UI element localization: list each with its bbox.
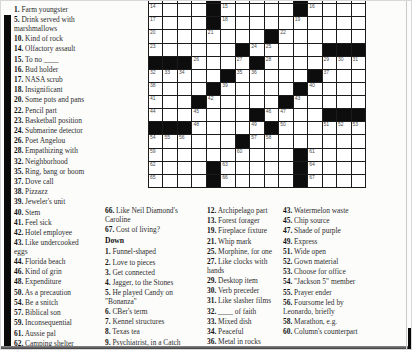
grid-cell[interactable] — [323, 4, 336, 16]
grid-cell[interactable]: 7 — [250, 0, 263, 3]
grid-cell[interactable] — [250, 83, 263, 95]
clue-item: 59. Inconsequential — [14, 319, 111, 328]
grid-cell[interactable] — [294, 135, 307, 147]
grid-cell[interactable] — [192, 83, 205, 95]
clue-number: 35. — [14, 167, 23, 176]
clue-number: 25. — [207, 247, 216, 256]
clue-item: 44. Florida beach — [14, 258, 111, 267]
clue-item: 14. Olfactory assault — [14, 45, 111, 54]
grid-cell[interactable] — [279, 44, 292, 56]
grid-cell[interactable] — [323, 162, 336, 174]
grid-cell[interactable] — [279, 57, 292, 69]
clue-number: 34. — [207, 327, 216, 336]
grid-cell[interactable] — [163, 175, 176, 187]
grid-cell[interactable] — [265, 4, 278, 16]
grid-cell[interactable]: 60 — [236, 149, 249, 161]
clue-number: 26. — [14, 136, 23, 145]
clue-number: 30. — [207, 286, 216, 295]
grid-cell[interactable] — [352, 162, 365, 174]
grid-cell[interactable] — [279, 4, 292, 16]
grid-cell[interactable] — [221, 96, 234, 108]
grid-cell[interactable]: 46 — [265, 109, 278, 121]
crossword-grid: 1234567891011121314151617181920212223242… — [148, 0, 366, 188]
grid-cell[interactable] — [192, 149, 205, 161]
clue-text: Mixed dish — [216, 317, 251, 326]
grid-cell[interactable] — [221, 109, 234, 121]
grid-cell[interactable] — [163, 109, 176, 121]
grid-cell[interactable] — [221, 30, 234, 42]
grid-cell[interactable] — [308, 135, 321, 147]
grid-cell[interactable] — [236, 122, 249, 134]
grid-cell[interactable] — [308, 44, 321, 56]
clue-text: Like slasher films — [216, 296, 271, 305]
grid-cell[interactable] — [192, 135, 205, 147]
clue-number: 22. — [14, 106, 23, 115]
grid-cell[interactable]: 4 — [192, 0, 205, 3]
grid-cell[interactable]: 26 — [192, 57, 205, 69]
grid-cell[interactable] — [294, 44, 307, 56]
grid-cell[interactable] — [308, 122, 321, 134]
grid-cell[interactable] — [207, 122, 220, 134]
grid-cell[interactable] — [337, 70, 350, 82]
grid-cell[interactable] — [192, 30, 205, 42]
grid-cell[interactable] — [308, 17, 321, 29]
grid-cell[interactable]: 8 — [265, 0, 278, 3]
grid-cell[interactable]: 51 — [323, 122, 336, 134]
cell-number: 25 — [266, 44, 272, 49]
clue-item: 51. Wide open — [283, 248, 375, 257]
grid-cell[interactable]: 57 — [250, 135, 263, 147]
black-square — [149, 122, 162, 134]
grid-cell[interactable]: 19 — [294, 17, 307, 29]
grid-cell[interactable] — [265, 162, 278, 174]
page-edge-shadow-right — [408, 328, 412, 350]
clue-item: 34. Peaceful — [207, 328, 283, 337]
grid-cell[interactable]: 28 — [265, 57, 278, 69]
grid-cell[interactable]: 9 — [279, 0, 292, 3]
page-edge-shadow-left — [4, 15, 11, 350]
clue-number: 16. — [14, 65, 23, 74]
grid-cell[interactable]: 13 — [352, 0, 365, 3]
grid-cell[interactable]: 17 — [149, 17, 162, 29]
grid-cell[interactable] — [308, 30, 321, 42]
grid-cell[interactable] — [236, 162, 249, 174]
clue-item: 19. Fireplace fixture — [207, 227, 283, 236]
grid-cell[interactable]: 15 — [221, 4, 234, 16]
grid-cell[interactable] — [279, 162, 292, 174]
grid-cell[interactable] — [294, 122, 307, 134]
clue-item: 45. Chip source — [283, 217, 375, 226]
clue-number: 27. — [207, 257, 216, 266]
grid-cell[interactable] — [192, 175, 205, 187]
grid-cell[interactable] — [265, 175, 278, 187]
grid-cell[interactable] — [294, 57, 307, 69]
clue-number: 56. — [283, 298, 292, 307]
grid-cell[interactable] — [250, 30, 263, 42]
black-square — [323, 109, 336, 121]
grid-cell[interactable]: 34 — [178, 70, 191, 82]
clue-item: 32. Neighborhood — [14, 158, 111, 167]
grid-cell[interactable] — [178, 149, 191, 161]
grid-cell[interactable] — [265, 149, 278, 161]
grid-cell[interactable] — [236, 4, 249, 16]
grid-cell[interactable] — [337, 17, 350, 29]
grid-cell[interactable]: 33 — [163, 70, 176, 82]
grid-cell[interactable] — [279, 175, 292, 187]
clue-text: Hotel employee — [23, 228, 72, 237]
cell-number: 19 — [295, 17, 301, 22]
grid-cell[interactable]: 24 — [250, 44, 263, 56]
grid-cell[interactable]: 11 — [323, 0, 336, 3]
grid-cell[interactable] — [250, 4, 263, 16]
black-square — [192, 96, 205, 108]
grid-cell[interactable]: 6 — [236, 0, 249, 3]
grid-cell[interactable]: 55 — [163, 135, 176, 147]
cell-number: 47 — [280, 109, 286, 114]
cell-number: 37 — [324, 70, 330, 75]
clue-item: 7. Kennel structures — [105, 318, 205, 327]
grid-cell[interactable] — [236, 175, 249, 187]
grid-cell[interactable] — [352, 70, 365, 82]
grid-cell[interactable] — [279, 17, 292, 29]
grid-cell[interactable]: 21 — [207, 30, 220, 42]
grid-cell[interactable] — [207, 57, 220, 69]
clue-item: 35. Ring, bang or boom — [14, 168, 111, 177]
grid-cell[interactable] — [352, 30, 365, 42]
grid-cell[interactable]: 62 — [149, 162, 162, 174]
grid-cell[interactable]: 36 — [250, 70, 263, 82]
grid-cell[interactable] — [178, 109, 191, 121]
grid-cell[interactable] — [178, 96, 191, 108]
cell-number: 30 — [338, 57, 344, 62]
grid-cell[interactable]: 39 — [221, 83, 234, 95]
grid-cell[interactable] — [352, 83, 365, 95]
grid-cell[interactable] — [163, 96, 176, 108]
grid-cell[interactable] — [265, 83, 278, 95]
grid-cell[interactable] — [192, 44, 205, 56]
clue-number: 32. — [14, 157, 23, 166]
cell-number: 58 — [266, 135, 272, 140]
grid-cell[interactable] — [323, 149, 336, 161]
clue-item: 50. As a precaution — [14, 289, 111, 298]
cell-number: 46 — [266, 109, 272, 114]
clue-number: 12. — [207, 206, 216, 215]
grid-cell[interactable] — [352, 96, 365, 108]
grid-cell[interactable] — [337, 135, 350, 147]
grid-cell[interactable] — [337, 162, 350, 174]
clue-number: 23. — [14, 116, 23, 125]
grid-cell[interactable]: 65 — [149, 175, 162, 187]
grid-cell[interactable] — [337, 149, 350, 161]
grid-cell[interactable] — [352, 4, 365, 16]
grid-cell[interactable] — [192, 4, 205, 16]
grid-cell[interactable] — [279, 135, 292, 147]
cell-number: 20 — [150, 30, 156, 35]
cell-number: 33 — [164, 70, 170, 75]
grid-cell[interactable] — [178, 162, 191, 174]
grid-cell[interactable]: 2 — [163, 0, 176, 3]
grid-cell[interactable] — [192, 162, 205, 174]
grid-cell[interactable] — [352, 17, 365, 29]
clue-number: 15. — [14, 55, 23, 64]
clue-text: Expenditure — [23, 277, 61, 286]
grid-cell[interactable] — [221, 44, 234, 56]
grid-cell[interactable]: 67 — [308, 175, 321, 187]
clue-item: 46. Kind of grin — [14, 268, 111, 277]
grid-cell[interactable]: 49 — [250, 122, 263, 134]
grid-cell[interactable] — [250, 149, 263, 161]
black-square — [163, 57, 176, 69]
clue-text: Kind of grin — [23, 267, 61, 276]
clue-item: 27. Like clocks with hands — [207, 258, 283, 275]
clue-text: Love to pieces — [111, 258, 156, 267]
grid-cell[interactable] — [236, 109, 249, 121]
clue-text: Wide open — [292, 247, 326, 256]
clue-item: 26. Poet Angelou — [14, 137, 111, 146]
clue-item: 24. Submarine detector — [14, 127, 111, 136]
grid-cell[interactable]: 59 — [149, 149, 162, 161]
clue-number: 18. — [14, 85, 23, 94]
clue-number: 43. — [283, 206, 292, 215]
grid-cell[interactable] — [163, 4, 176, 16]
grid-cell[interactable] — [178, 83, 191, 95]
grid-cell[interactable] — [178, 17, 191, 29]
black-square — [236, 135, 249, 147]
cell-number: 28 — [266, 57, 272, 62]
grid-cell[interactable] — [163, 83, 176, 95]
grid-cell[interactable]: 27 — [236, 57, 249, 69]
cell-number: 62 — [150, 162, 156, 167]
grid-cell[interactable]: 18 — [221, 17, 234, 29]
grid-cell[interactable]: 23 — [149, 44, 162, 56]
grid-cell[interactable] — [192, 70, 205, 82]
grid-cell[interactable]: 30 — [337, 57, 350, 69]
clue-text: Feel sick — [23, 218, 51, 227]
grid-cell[interactable]: 54 — [149, 135, 162, 147]
grid-cell[interactable]: 61 — [308, 149, 321, 161]
cell-number: 15 — [222, 4, 228, 9]
grid-cell[interactable]: 14 — [149, 4, 162, 16]
clue-item: 1. Funnel-shaped — [105, 248, 205, 257]
clue-number: 21. — [207, 237, 216, 246]
grid-cell[interactable] — [178, 4, 191, 16]
grid-cell[interactable]: 25 — [265, 44, 278, 56]
grid-cell[interactable] — [337, 83, 350, 95]
grid-cell[interactable] — [236, 17, 249, 29]
grid-cell[interactable] — [265, 17, 278, 29]
clue-item: 29. Desktop item — [207, 277, 283, 286]
grid-cell[interactable] — [323, 96, 336, 108]
grid-cell[interactable] — [308, 57, 321, 69]
cell-number: 60 — [237, 149, 243, 154]
clue-text: Gown material — [292, 257, 338, 266]
grid-cell[interactable] — [236, 30, 249, 42]
clue-text: Column's counterpart — [292, 327, 357, 336]
grid-cell[interactable] — [308, 96, 321, 108]
grid-cell[interactable]: 38 — [149, 83, 162, 95]
black-square — [294, 162, 307, 174]
clue-text: Drink served with marshmallows — [14, 15, 75, 33]
clue-text: Submarine detector — [23, 126, 83, 135]
grid-cell[interactable] — [308, 109, 321, 121]
grid-cell[interactable]: 29 — [323, 57, 336, 69]
down-clue-list-3: 43. Watermelon waste45. Chip source47. S… — [283, 207, 375, 337]
grid-cell[interactable] — [352, 149, 365, 161]
grid-cell[interactable]: 56 — [178, 135, 191, 147]
grid-cell[interactable] — [163, 44, 176, 56]
grid-cell[interactable]: 22 — [279, 30, 292, 42]
grid-cell[interactable]: 37 — [323, 70, 336, 82]
grid-cell[interactable] — [352, 175, 365, 187]
grid-cell[interactable] — [178, 175, 191, 187]
clue-item: 41. Feel sick — [14, 219, 111, 228]
grid-cell[interactable]: 31 — [352, 57, 365, 69]
cell-number: 64 — [309, 162, 315, 167]
cell-number: 61 — [309, 149, 315, 154]
grid-cell[interactable] — [323, 83, 336, 95]
grid-cell[interactable] — [207, 44, 220, 56]
grid-cell[interactable]: 41 — [149, 96, 162, 108]
clue-text: Marathon, e.g. — [292, 317, 337, 326]
across-clue-list: 1. Farm youngster5. Drink served with ma… — [14, 6, 111, 350]
grid-cell[interactable]: 63 — [221, 162, 234, 174]
grid-cell[interactable] — [323, 175, 336, 187]
cell-number: 24 — [251, 44, 257, 49]
black-square — [294, 4, 307, 16]
grid-cell[interactable] — [178, 44, 191, 56]
cell-number: 67 — [309, 175, 315, 180]
clue-number: 41. — [14, 218, 23, 227]
grid-cell[interactable] — [250, 96, 263, 108]
grid-cell[interactable]: 58 — [265, 135, 278, 147]
clue-number: 57. — [14, 308, 23, 317]
grid-cell[interactable] — [337, 96, 350, 108]
clue-number: 33. — [207, 317, 216, 326]
grid-cell[interactable]: 43 — [294, 96, 307, 108]
grid-cell[interactable]: 35 — [236, 70, 249, 82]
grid-cell[interactable] — [221, 57, 234, 69]
grid-cell[interactable] — [323, 135, 336, 147]
grid-cell[interactable] — [192, 17, 205, 29]
cell-number: 21 — [208, 30, 214, 35]
grid-cell[interactable] — [265, 96, 278, 108]
cell-number: 43 — [295, 96, 301, 101]
clue-number: 10. — [14, 34, 23, 43]
grid-cell[interactable] — [294, 109, 307, 121]
clue-item: 21. Whip mark — [207, 238, 283, 247]
grid-cell[interactable] — [221, 135, 234, 147]
grid-cell[interactable] — [207, 149, 220, 161]
grid-cell[interactable] — [337, 175, 350, 187]
grid-cell[interactable] — [352, 135, 365, 147]
clue-item: 57. Biblical son — [14, 309, 111, 318]
cell-number: 55 — [164, 135, 170, 140]
cell-number: 59 — [150, 149, 156, 154]
grid-cell[interactable] — [163, 17, 176, 29]
cell-number: 48 — [193, 122, 199, 127]
page-border-right — [406, 1, 407, 350]
clue-item: 16. Bud holder — [14, 66, 111, 75]
cell-number: 51 — [324, 122, 330, 127]
clue-number: 59. — [14, 318, 23, 327]
grid-cell[interactable]: 66 — [221, 175, 234, 187]
grid-cell[interactable] — [221, 149, 234, 161]
grid-cell[interactable] — [207, 109, 220, 121]
clue-item: 33. Mixed dish — [207, 318, 283, 327]
page-edge-shadow-bottom — [1, 346, 412, 350]
grid-cell[interactable] — [250, 17, 263, 29]
grid-cell[interactable]: 20 — [149, 30, 162, 42]
grid-cell[interactable] — [294, 30, 307, 42]
grid-cell[interactable] — [250, 175, 263, 187]
grid-cell[interactable]: 48 — [192, 122, 205, 134]
grid-cell[interactable] — [163, 149, 176, 161]
grid-cell[interactable] — [337, 4, 350, 16]
grid-cell[interactable] — [294, 70, 307, 82]
grid-cell[interactable]: 47 — [279, 109, 292, 121]
grid-cell[interactable] — [178, 30, 191, 42]
black-square — [294, 149, 307, 161]
clue-item: 43. Like undercooked eggs — [14, 239, 111, 256]
clue-number: 13. — [207, 216, 216, 225]
grid-cell[interactable]: 53 — [352, 122, 365, 134]
grid-cell[interactable]: 16 — [308, 4, 321, 16]
clue-item: 25. Morphine, for one — [207, 248, 283, 257]
cell-number: 23 — [150, 44, 156, 49]
grid-cell[interactable]: 45 — [192, 109, 205, 121]
grid-cell[interactable] — [236, 83, 249, 95]
black-square — [294, 0, 307, 3]
grid-cell[interactable]: 44 — [149, 109, 162, 121]
grid-cell[interactable]: 50 — [279, 122, 292, 134]
grid-cell[interactable] — [207, 135, 220, 147]
grid-cell[interactable]: 3 — [178, 0, 191, 3]
grid-cell[interactable] — [337, 30, 350, 42]
grid-cell[interactable]: 32 — [149, 70, 162, 82]
clue-number: 50. — [14, 288, 23, 297]
clue-item: 48. Expenditure — [14, 278, 111, 287]
grid-cell[interactable]: 64 — [308, 162, 321, 174]
cell-number: 17 — [150, 17, 156, 22]
grid-cell[interactable] — [163, 162, 176, 174]
grid-cell[interactable] — [250, 162, 263, 174]
grid-cell[interactable] — [323, 17, 336, 29]
clue-text: Dove call — [23, 177, 53, 186]
black-square — [207, 175, 220, 187]
grid-cell[interactable] — [279, 70, 292, 82]
grid-cell[interactable] — [279, 83, 292, 95]
grid-cell[interactable] — [163, 30, 176, 42]
grid-cell[interactable] — [236, 96, 249, 108]
grid-cell[interactable] — [221, 122, 234, 134]
grid-cell[interactable]: 42 — [207, 96, 220, 108]
clue-text: Prayer ender — [292, 288, 331, 297]
grid-cell[interactable] — [279, 149, 292, 161]
clues-column-3: 12. Archipelago part13. Forest forager19… — [207, 207, 283, 348]
clue-item: 4. Jagger, to the Stones — [105, 279, 205, 288]
grid-cell[interactable]: 40 — [308, 83, 321, 95]
clue-number: 55. — [283, 288, 292, 297]
clue-text: Metal in rocks — [216, 337, 261, 346]
grid-cell[interactable] — [323, 30, 336, 42]
clue-item: 6. CBer's term — [105, 308, 205, 317]
grid-cell[interactable]: 12 — [337, 0, 350, 3]
clue-text: Kennel structures — [111, 317, 165, 326]
grid-cell[interactable]: 52 — [337, 122, 350, 134]
clue-number: 45. — [283, 216, 292, 225]
grid-cell[interactable] — [265, 70, 278, 82]
grid-cell[interactable] — [207, 70, 220, 82]
